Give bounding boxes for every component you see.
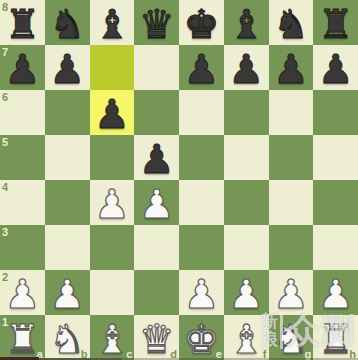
square-e3[interactable] xyxy=(179,225,224,270)
square-d5[interactable]: ♟ xyxy=(134,135,179,180)
white-rook[interactable]: ♜ xyxy=(4,319,40,359)
square-g2[interactable]: ♟ xyxy=(269,270,314,315)
square-c5[interactable] xyxy=(90,135,135,180)
white-bishop[interactable]: ♝ xyxy=(228,319,264,359)
black-pawn[interactable]: ♟ xyxy=(228,49,264,89)
square-e1[interactable]: e♚ xyxy=(179,315,224,360)
square-g7[interactable]: ♟ xyxy=(269,45,314,90)
black-pawn[interactable]: ♟ xyxy=(49,49,85,89)
black-rook[interactable]: ♜ xyxy=(318,4,354,44)
black-pawn[interactable]: ♟ xyxy=(273,49,309,89)
square-h5[interactable] xyxy=(313,135,358,180)
square-e6[interactable] xyxy=(179,90,224,135)
square-h3[interactable] xyxy=(313,225,358,270)
square-c3[interactable] xyxy=(90,225,135,270)
square-d3[interactable] xyxy=(134,225,179,270)
white-pawn[interactable]: ♟ xyxy=(139,184,175,224)
square-b6[interactable] xyxy=(45,90,90,135)
square-c2[interactable] xyxy=(90,270,135,315)
square-c4[interactable]: ♟ xyxy=(90,180,135,225)
white-pawn[interactable]: ♟ xyxy=(318,274,354,314)
square-f4[interactable] xyxy=(224,180,269,225)
square-b7[interactable]: ♟ xyxy=(45,45,90,90)
rank-label-3: 3 xyxy=(2,226,8,238)
white-pawn[interactable]: ♟ xyxy=(94,184,130,224)
square-b1[interactable]: b♞ xyxy=(45,315,90,360)
square-h8[interactable]: ♜ xyxy=(313,0,358,45)
square-e2[interactable]: ♟ xyxy=(179,270,224,315)
square-e5[interactable] xyxy=(179,135,224,180)
square-f8[interactable]: ♝ xyxy=(224,0,269,45)
black-queen[interactable]: ♛ xyxy=(139,4,175,44)
square-f6[interactable] xyxy=(224,90,269,135)
black-pawn[interactable]: ♟ xyxy=(139,139,175,179)
square-g3[interactable] xyxy=(269,225,314,270)
chess-app-screen: 8♜♞♝♛♚♝♞♜7♟♟♟♟♟♟6♟5♟4♟♟32♟♟♟♟♟♟1a♜b♞c♝d♛… xyxy=(0,0,358,360)
rank-label-4: 4 xyxy=(2,181,8,193)
black-pawn[interactable]: ♟ xyxy=(183,49,219,89)
square-c7[interactable] xyxy=(90,45,135,90)
square-g4[interactable] xyxy=(269,180,314,225)
black-knight[interactable]: ♞ xyxy=(49,4,85,44)
square-a8[interactable]: 8♜ xyxy=(0,0,45,45)
rank-label-5: 5 xyxy=(2,136,8,148)
square-b5[interactable] xyxy=(45,135,90,180)
square-e7[interactable]: ♟ xyxy=(179,45,224,90)
square-g8[interactable]: ♞ xyxy=(269,0,314,45)
square-a7[interactable]: 7♟ xyxy=(0,45,45,90)
square-f1[interactable]: f♝ xyxy=(224,315,269,360)
square-b3[interactable] xyxy=(45,225,90,270)
white-pawn[interactable]: ♟ xyxy=(4,274,40,314)
black-king[interactable]: ♚ xyxy=(183,4,219,44)
white-pawn[interactable]: ♟ xyxy=(273,274,309,314)
square-h2[interactable]: ♟ xyxy=(313,270,358,315)
square-a5[interactable]: 5 xyxy=(0,135,45,180)
white-rook[interactable]: ♜ xyxy=(318,319,354,359)
square-d4[interactable]: ♟ xyxy=(134,180,179,225)
square-b2[interactable]: ♟ xyxy=(45,270,90,315)
square-h4[interactable] xyxy=(313,180,358,225)
square-b4[interactable] xyxy=(45,180,90,225)
square-g6[interactable] xyxy=(269,90,314,135)
white-pawn[interactable]: ♟ xyxy=(228,274,264,314)
square-b8[interactable]: ♞ xyxy=(45,0,90,45)
white-knight[interactable]: ♞ xyxy=(49,319,85,359)
square-e8[interactable]: ♚ xyxy=(179,0,224,45)
square-d2[interactable] xyxy=(134,270,179,315)
square-a3[interactable]: 3 xyxy=(0,225,45,270)
black-pawn[interactable]: ♟ xyxy=(318,49,354,89)
white-pawn[interactable]: ♟ xyxy=(49,274,85,314)
white-knight[interactable]: ♞ xyxy=(273,319,309,359)
black-pawn[interactable]: ♟ xyxy=(4,49,40,89)
square-a4[interactable]: 4 xyxy=(0,180,45,225)
white-pawn[interactable]: ♟ xyxy=(183,274,219,314)
square-f5[interactable] xyxy=(224,135,269,180)
black-bishop[interactable]: ♝ xyxy=(228,4,264,44)
square-g1[interactable]: g♞ xyxy=(269,315,314,360)
square-a2[interactable]: 2♟ xyxy=(0,270,45,315)
square-d6[interactable] xyxy=(134,90,179,135)
rank-label-6: 6 xyxy=(2,91,8,103)
square-e4[interactable] xyxy=(179,180,224,225)
black-bishop[interactable]: ♝ xyxy=(94,4,130,44)
white-king[interactable]: ♚ xyxy=(183,319,219,359)
chess-board: 8♜♞♝♛♚♝♞♜7♟♟♟♟♟♟6♟5♟4♟♟32♟♟♟♟♟♟1a♜b♞c♝d♛… xyxy=(0,0,358,360)
black-pawn[interactable]: ♟ xyxy=(94,94,130,134)
white-queen[interactable]: ♛ xyxy=(139,319,175,359)
square-d1[interactable]: d♛ xyxy=(134,315,179,360)
white-bishop[interactable]: ♝ xyxy=(94,319,130,359)
square-f3[interactable] xyxy=(224,225,269,270)
square-c1[interactable]: c♝ xyxy=(90,315,135,360)
black-rook[interactable]: ♜ xyxy=(4,4,40,44)
square-a1[interactable]: 1a♜ xyxy=(0,315,45,360)
square-f7[interactable]: ♟ xyxy=(224,45,269,90)
black-knight[interactable]: ♞ xyxy=(273,4,309,44)
square-a6[interactable]: 6 xyxy=(0,90,45,135)
square-f2[interactable]: ♟ xyxy=(224,270,269,315)
square-h6[interactable] xyxy=(313,90,358,135)
square-h7[interactable]: ♟ xyxy=(313,45,358,90)
square-g5[interactable] xyxy=(269,135,314,180)
square-h1[interactable]: h♜ xyxy=(313,315,358,360)
square-d7[interactable] xyxy=(134,45,179,90)
square-d8[interactable]: ♛ xyxy=(134,0,179,45)
square-c8[interactable]: ♝ xyxy=(90,0,135,45)
square-c6[interactable]: ♟ xyxy=(90,90,135,135)
